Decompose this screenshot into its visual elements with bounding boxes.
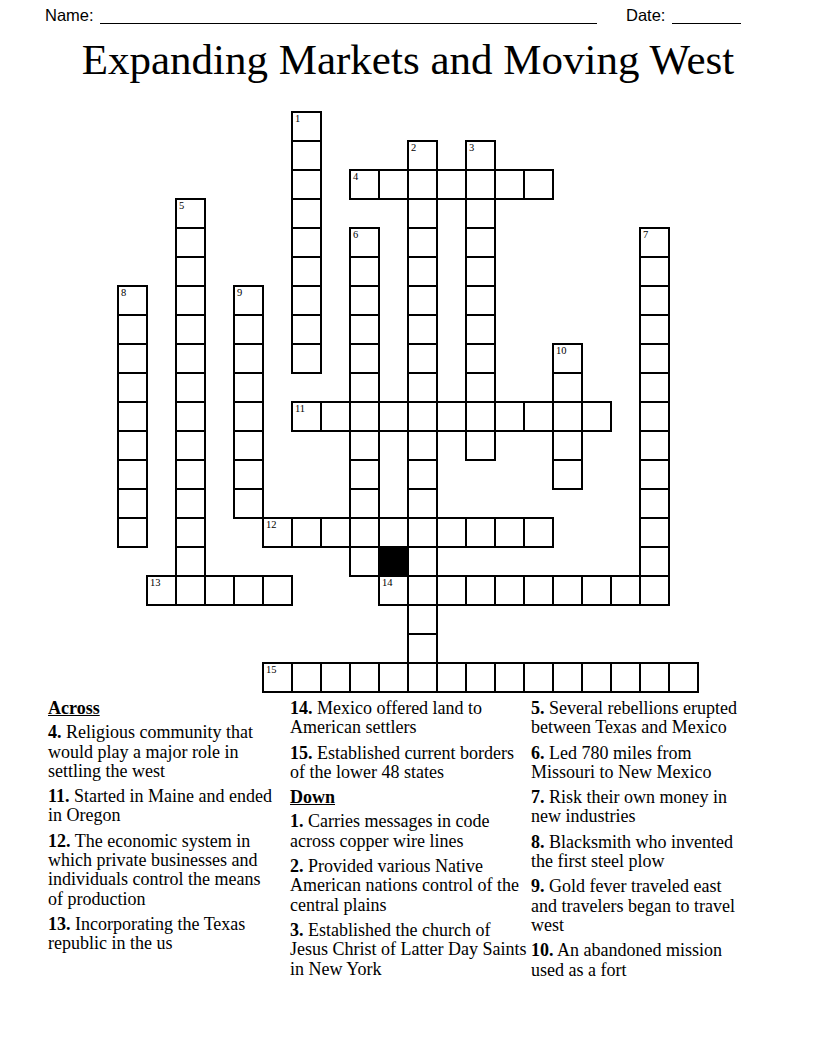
grid-cell[interactable] [349,662,380,693]
grid-cell[interactable] [233,488,264,519]
cell-number: 14 [382,577,393,589]
grid-cell[interactable] [407,430,438,461]
grid-cell[interactable] [378,662,409,693]
grid-cell[interactable] [117,430,148,461]
grid-cell[interactable] [407,285,438,316]
clues-column-middle: 14. Mexico offered land to American sett… [290,699,528,985]
grid-cell[interactable] [465,169,496,200]
grid-cell[interactable] [349,343,380,374]
grid-cell[interactable] [436,575,467,606]
grid-cell[interactable] [523,575,554,606]
grid-cell[interactable] [378,169,409,200]
clue-item: 11. Started in Maine and ended in Oregon [48,787,273,826]
grid-cell[interactable] [175,285,206,316]
clue-number: 14. [290,698,313,718]
grid-cell[interactable] [349,256,380,287]
crossword-grid: 123456789101112131415 [117,111,728,722]
grid-cell[interactable] [233,575,264,606]
grid-cell[interactable] [668,662,699,693]
grid-cell[interactable] [639,372,670,403]
grid-cell[interactable] [581,575,612,606]
grid-cell[interactable] [523,517,554,548]
cell-number: 4 [353,171,358,183]
grid-cell[interactable] [175,314,206,345]
clue-number: 1. [290,811,304,831]
grid-cell[interactable]: 3 [465,140,496,171]
grid-cell[interactable]: 7 [639,227,670,258]
grid-cell[interactable] [407,488,438,519]
grid-cell[interactable] [233,430,264,461]
grid-cell[interactable] [291,227,322,258]
clue-number: 6. [531,743,545,763]
grid-cell[interactable] [552,401,583,432]
grid-cell[interactable]: 11 [291,401,322,432]
grid-cell[interactable] [407,314,438,345]
grid-cell[interactable]: 6 [349,227,380,258]
clue-item: 4. Religious community that would play a… [48,723,273,781]
name-input-line[interactable] [100,6,597,24]
grid-cell[interactable]: 5 [175,198,206,229]
grid-cell[interactable] [349,314,380,345]
grid-cell[interactable] [117,488,148,519]
grid-cell[interactable] [639,459,670,490]
grid-cell[interactable] [378,517,409,548]
grid-cell[interactable] [349,488,380,519]
grid-cell[interactable] [117,517,148,548]
grid-cell[interactable] [465,343,496,374]
clue-section-header: Across [48,699,273,718]
grid-cell[interactable] [349,546,380,577]
grid-cell[interactable] [291,198,322,229]
cell-number: 6 [353,229,358,241]
grid-cell[interactable] [465,256,496,287]
clues-column-down: 5. Several rebellions erupted between Te… [531,699,745,986]
grid-cell[interactable] [320,517,351,548]
clue-number: 3. [290,920,304,940]
grid-cell[interactable] [465,198,496,229]
grid-cell[interactable] [436,401,467,432]
grid-cell[interactable] [291,314,322,345]
clue-number: 13. [48,914,71,934]
clues-column-across: Across4. Religious community that would … [48,699,273,960]
cell-number: 3 [469,142,474,154]
grid-cell[interactable] [552,372,583,403]
clue-number: 4. [48,722,62,742]
clue-item: 10. An abandoned mission used as a fort [531,941,745,980]
grid-cell[interactable] [117,401,148,432]
grid-cell[interactable] [175,256,206,287]
grid-cell[interactable] [175,575,206,606]
clue-number: 12. [48,831,71,851]
grid-cell[interactable] [407,372,438,403]
grid-cell[interactable] [233,401,264,432]
grid-cell[interactable] [494,575,525,606]
clue-number: 2. [290,856,304,876]
clue-item: 15. Established current borders of the l… [290,744,528,783]
grid-cell[interactable] [233,372,264,403]
cell-number: 9 [237,287,242,299]
grid-cell[interactable]: 15 [262,662,293,693]
grid-cell[interactable] [349,285,380,316]
cell-number: 12 [266,519,277,531]
grid-cell[interactable] [407,575,438,606]
grid-cell[interactable] [175,459,206,490]
grid-cell[interactable] [291,285,322,316]
grid-cell[interactable] [610,662,641,693]
grid-cell[interactable] [175,343,206,374]
grid-cell[interactable] [175,401,206,432]
cell-number: 15 [266,664,277,676]
grid-cell[interactable] [407,517,438,548]
puzzle-title: Expanding Markets and Moving West [0,36,816,84]
grid-cell[interactable] [291,140,322,171]
grid-cell[interactable] [291,517,322,548]
grid-cell[interactable] [175,430,206,461]
cell-number: 11 [295,403,305,415]
grid-cell[interactable] [581,401,612,432]
grid-cell[interactable] [407,633,438,664]
black-cell [378,546,409,577]
grid-cell[interactable] [639,314,670,345]
grid-cell[interactable] [465,372,496,403]
grid-cell[interactable] [407,604,438,635]
grid-cell[interactable] [407,169,438,200]
grid-cell[interactable] [639,546,670,577]
grid-cell[interactable] [349,372,380,403]
grid-cell[interactable] [465,401,496,432]
grid-cell[interactable] [552,662,583,693]
grid-cell[interactable] [639,575,670,606]
grid-cell[interactable] [639,285,670,316]
grid-cell[interactable] [552,575,583,606]
clue-item: 13. Incorporating the Texas republic in … [48,915,273,954]
clue-number: 9. [531,876,545,896]
grid-cell[interactable] [378,401,409,432]
grid-cell[interactable] [610,575,641,606]
grid-cell[interactable]: 10 [552,343,583,374]
grid-cell[interactable] [349,517,380,548]
grid-cell[interactable] [552,430,583,461]
grid-cell[interactable] [175,372,206,403]
grid-cell[interactable] [639,517,670,548]
clue-number: 15. [290,743,313,763]
clue-item: 8. Blacksmith who invented the first ste… [531,833,745,872]
grid-cell[interactable] [320,401,351,432]
clue-section-header: Down [290,788,528,807]
grid-cell[interactable] [407,401,438,432]
grid-cell[interactable]: 8 [117,285,148,316]
cell-number: 1 [295,113,300,125]
grid-cell[interactable]: 12 [262,517,293,548]
grid-cell[interactable] [407,227,438,258]
cell-number: 2 [411,142,416,154]
grid-cell[interactable] [117,314,148,345]
grid-cell[interactable] [204,575,235,606]
clue-item: 14. Mexico offered land to American sett… [290,699,528,738]
grid-cell[interactable] [291,169,322,200]
grid-cell[interactable] [465,662,496,693]
clue-item: 9. Gold fever traveled east and traveler… [531,877,745,935]
grid-cell[interactable] [523,662,554,693]
grid-cell[interactable] [349,459,380,490]
grid-cell[interactable] [465,575,496,606]
grid-cell[interactable] [465,314,496,345]
grid-cell[interactable] [175,546,206,577]
grid-cell[interactable] [436,169,467,200]
grid-cell[interactable] [494,517,525,548]
grid-cell[interactable] [233,459,264,490]
grid-cell[interactable] [262,575,293,606]
grid-cell[interactable] [552,459,583,490]
clue-number: 10. [531,940,554,960]
cell-number: 8 [121,287,126,299]
grid-cell[interactable] [407,343,438,374]
grid-cell[interactable] [233,314,264,345]
grid-cell[interactable] [407,546,438,577]
grid-cell[interactable] [175,517,206,548]
grid-cell[interactable] [494,169,525,200]
grid-cell[interactable] [639,662,670,693]
clue-item: 7. Risk their own money in new industrie… [531,788,745,827]
grid-cell[interactable] [465,227,496,258]
date-label: Date: [626,5,665,25]
grid-cell[interactable] [407,256,438,287]
clue-item: 3. Established the church of Jesus Chris… [290,921,528,979]
clue-item: 6. Led 780 miles from Missouri to New Me… [531,744,745,783]
grid-cell[interactable]: 4 [349,169,380,200]
grid-cell[interactable] [407,662,438,693]
grid-cell[interactable]: 2 [407,140,438,171]
grid-cell[interactable] [465,430,496,461]
cell-number: 7 [643,229,648,241]
grid-cell[interactable] [639,401,670,432]
grid-cell[interactable]: 13 [146,575,177,606]
grid-cell[interactable] [291,662,322,693]
clue-item: 2. Provided various Native American nati… [290,857,528,915]
grid-cell[interactable] [639,488,670,519]
grid-cell[interactable] [436,662,467,693]
clue-number: 5. [531,698,545,718]
grid-cell[interactable] [349,401,380,432]
date-input-line[interactable] [672,6,741,24]
grid-cell[interactable] [639,430,670,461]
grid-cell[interactable] [494,401,525,432]
clue-item: 5. Several rebellions erupted between Te… [531,699,745,738]
grid-cell[interactable] [494,662,525,693]
clue-number: 8. [531,832,545,852]
grid-cell[interactable] [436,517,467,548]
cell-number: 5 [179,200,184,212]
clue-item: 1. Carries messages in code across coppe… [290,812,528,851]
grid-cell[interactable] [349,430,380,461]
grid-cell[interactable] [581,662,612,693]
grid-cell[interactable] [523,401,554,432]
grid-cell[interactable] [291,256,322,287]
cell-number: 10 [556,345,567,357]
grid-cell[interactable] [175,488,206,519]
grid-cell[interactable] [523,169,554,200]
name-label: Name: [45,5,94,25]
grid-cell[interactable] [639,256,670,287]
grid-cell[interactable] [407,459,438,490]
grid-cell[interactable]: 9 [233,285,264,316]
grid-cell[interactable] [407,198,438,229]
grid-cell[interactable]: 1 [291,111,322,142]
grid-cell[interactable] [117,343,148,374]
grid-cell[interactable] [175,227,206,258]
grid-cell[interactable] [117,459,148,490]
grid-cell[interactable] [465,517,496,548]
grid-cell[interactable] [233,343,264,374]
grid-cell[interactable] [291,343,322,374]
grid-cell[interactable]: 14 [378,575,409,606]
cell-number: 13 [150,577,161,589]
grid-cell[interactable] [465,285,496,316]
grid-cell[interactable] [320,662,351,693]
grid-cell[interactable] [117,372,148,403]
clue-number: 11. [48,786,70,806]
clue-item: 12. The economic system in which private… [48,832,273,909]
clue-number: 7. [531,787,545,807]
grid-cell[interactable] [639,343,670,374]
